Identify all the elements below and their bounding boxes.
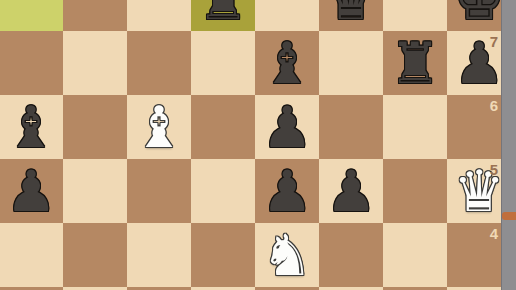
black-queen[interactable]: ♛ <box>319 0 383 31</box>
black-pawn[interactable]: ♟ <box>0 159 63 223</box>
square-a4[interactable] <box>0 223 63 287</box>
black-rook[interactable]: ♜ <box>383 31 447 95</box>
square-c5[interactable] <box>127 159 191 223</box>
panel-scroll-marker[interactable] <box>502 212 516 220</box>
square-g7[interactable]: ♜ <box>383 31 447 95</box>
rank-label-7: 7 <box>490 34 498 49</box>
square-d6[interactable] <box>191 95 255 159</box>
square-e5[interactable]: ♟ <box>255 159 319 223</box>
square-c4[interactable] <box>127 223 191 287</box>
chess-board[interactable]: ♜♛♚♝♜♟7♝♝♟6♟♟♟♛5♞43 <box>0 0 511 290</box>
square-d8[interactable]: ♜ <box>191 0 255 31</box>
square-d5[interactable] <box>191 159 255 223</box>
black-pawn[interactable]: ♟ <box>255 159 319 223</box>
square-a8[interactable] <box>0 0 63 31</box>
square-f4[interactable] <box>319 223 383 287</box>
rank-label-6: 6 <box>490 98 498 113</box>
black-pawn[interactable]: ♟ <box>255 95 319 159</box>
rank-label-5: 5 <box>490 162 498 177</box>
square-g5[interactable] <box>383 159 447 223</box>
square-g6[interactable] <box>383 95 447 159</box>
black-pawn[interactable]: ♟ <box>319 159 383 223</box>
square-e6[interactable]: ♟ <box>255 95 319 159</box>
side-panel-strip <box>501 0 516 290</box>
square-e7[interactable]: ♝ <box>255 31 319 95</box>
square-b6[interactable] <box>63 95 127 159</box>
black-bishop[interactable]: ♝ <box>0 95 63 159</box>
square-e8[interactable] <box>255 0 319 31</box>
black-bishop[interactable]: ♝ <box>255 31 319 95</box>
square-c7[interactable] <box>127 31 191 95</box>
square-a7[interactable] <box>0 31 63 95</box>
square-d4[interactable] <box>191 223 255 287</box>
square-f5[interactable]: ♟ <box>319 159 383 223</box>
square-b4[interactable] <box>63 223 127 287</box>
square-f8[interactable]: ♛ <box>319 0 383 31</box>
white-knight[interactable]: ♞ <box>255 223 319 287</box>
square-a5[interactable]: ♟ <box>0 159 63 223</box>
square-g8[interactable] <box>383 0 447 31</box>
square-c8[interactable] <box>127 0 191 31</box>
black-rook[interactable]: ♜ <box>191 0 255 31</box>
rank-label-4: 4 <box>490 226 498 241</box>
square-f6[interactable] <box>319 95 383 159</box>
square-f7[interactable] <box>319 31 383 95</box>
square-g4[interactable] <box>383 223 447 287</box>
square-b7[interactable] <box>63 31 127 95</box>
square-b5[interactable] <box>63 159 127 223</box>
square-e4[interactable]: ♞ <box>255 223 319 287</box>
white-bishop[interactable]: ♝ <box>127 95 191 159</box>
square-b8[interactable] <box>63 0 127 31</box>
square-d7[interactable] <box>191 31 255 95</box>
square-a6[interactable]: ♝ <box>0 95 63 159</box>
square-c6[interactable]: ♝ <box>127 95 191 159</box>
chess-app-viewport: ♜♛♚♝♜♟7♝♝♟6♟♟♟♛5♞43 <box>0 0 516 290</box>
